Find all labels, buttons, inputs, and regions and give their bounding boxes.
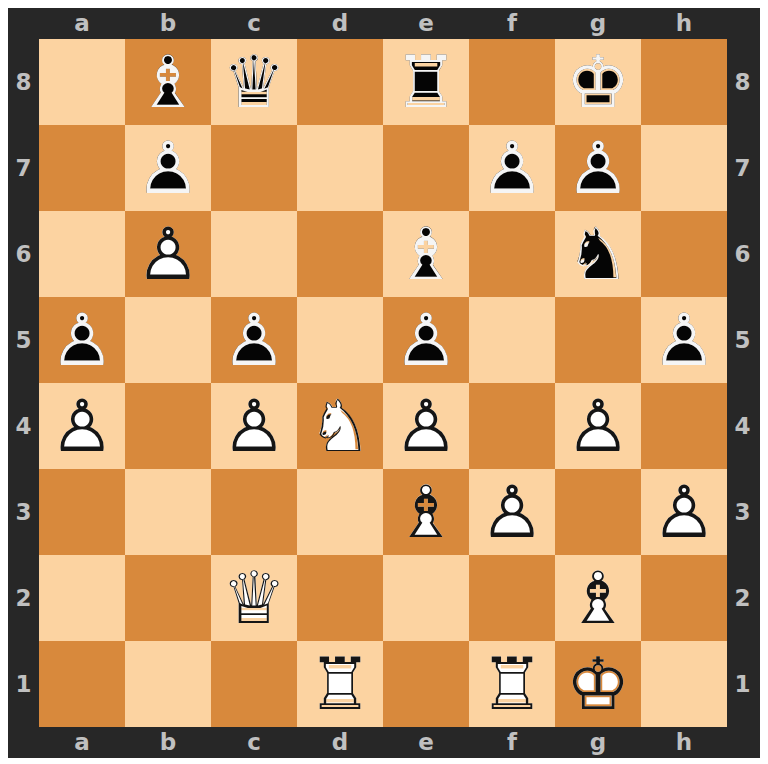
- square-d1[interactable]: ♜: [297, 641, 383, 727]
- square-d4[interactable]: ♞: [297, 383, 383, 469]
- black-bishop-piece: ♝: [125, 39, 211, 125]
- white-pawn-piece: ♟: [469, 469, 555, 555]
- file-label-f: f: [469, 727, 555, 758]
- square-f8[interactable]: [469, 39, 555, 125]
- file-label-f: f: [469, 8, 555, 39]
- square-b8[interactable]: ♝: [125, 39, 211, 125]
- square-e2[interactable]: [383, 555, 469, 641]
- file-labels-bottom: abcdefgh: [39, 727, 727, 758]
- square-c1[interactable]: [211, 641, 297, 727]
- square-a7[interactable]: [39, 125, 125, 211]
- square-f3[interactable]: ♟: [469, 469, 555, 555]
- square-g8[interactable]: ♚: [555, 39, 641, 125]
- rank-label-1: 1: [727, 641, 758, 727]
- square-c7[interactable]: [211, 125, 297, 211]
- square-e3[interactable]: ♝: [383, 469, 469, 555]
- rank-label-1: 1: [8, 641, 39, 727]
- rank-label-6: 6: [8, 211, 39, 297]
- square-a4[interactable]: ♟: [39, 383, 125, 469]
- square-h5[interactable]: ♟: [641, 297, 727, 383]
- square-b1[interactable]: [125, 641, 211, 727]
- square-h4[interactable]: [641, 383, 727, 469]
- file-label-g: g: [555, 727, 641, 758]
- white-pawn-piece: ♟: [641, 469, 727, 555]
- white-rook-piece: ♜: [469, 641, 555, 727]
- black-bishop-piece: ♝: [383, 211, 469, 297]
- square-d3[interactable]: [297, 469, 383, 555]
- square-e6[interactable]: ♝: [383, 211, 469, 297]
- square-f4[interactable]: [469, 383, 555, 469]
- square-e1[interactable]: [383, 641, 469, 727]
- square-e8[interactable]: ♜: [383, 39, 469, 125]
- rank-labels-right: 87654321: [727, 39, 758, 727]
- square-c8[interactable]: ♛: [211, 39, 297, 125]
- black-pawn-piece: ♟: [39, 297, 125, 383]
- square-h6[interactable]: [641, 211, 727, 297]
- rank-label-8: 8: [727, 39, 758, 125]
- square-c6[interactable]: [211, 211, 297, 297]
- square-e7[interactable]: [383, 125, 469, 211]
- square-a6[interactable]: [39, 211, 125, 297]
- square-g7[interactable]: ♟: [555, 125, 641, 211]
- file-label-e: e: [383, 727, 469, 758]
- black-pawn-piece: ♟: [211, 297, 297, 383]
- square-h8[interactable]: [641, 39, 727, 125]
- rank-label-4: 4: [727, 383, 758, 469]
- white-pawn-piece: ♟: [383, 383, 469, 469]
- white-bishop-piece: ♝: [555, 555, 641, 641]
- rank-label-6: 6: [727, 211, 758, 297]
- square-h1[interactable]: [641, 641, 727, 727]
- black-pawn-piece: ♟: [125, 125, 211, 211]
- file-label-a: a: [39, 727, 125, 758]
- rank-label-7: 7: [727, 125, 758, 211]
- rank-label-7: 7: [8, 125, 39, 211]
- square-b5[interactable]: [125, 297, 211, 383]
- file-label-b: b: [125, 8, 211, 39]
- square-b2[interactable]: [125, 555, 211, 641]
- file-label-d: d: [297, 727, 383, 758]
- black-king-piece: ♚: [555, 39, 641, 125]
- square-f2[interactable]: [469, 555, 555, 641]
- file-label-a: a: [39, 8, 125, 39]
- square-h2[interactable]: [641, 555, 727, 641]
- white-queen-piece: ♛: [211, 555, 297, 641]
- black-pawn-piece: ♟: [383, 297, 469, 383]
- file-label-h: h: [641, 8, 727, 39]
- white-rook-piece: ♜: [297, 641, 383, 727]
- square-e5[interactable]: ♟: [383, 297, 469, 383]
- square-a2[interactable]: [39, 555, 125, 641]
- square-g5[interactable]: [555, 297, 641, 383]
- rank-label-5: 5: [727, 297, 758, 383]
- square-a5[interactable]: ♟: [39, 297, 125, 383]
- white-bishop-piece: ♝: [383, 469, 469, 555]
- square-d7[interactable]: [297, 125, 383, 211]
- white-pawn-piece: ♟: [211, 383, 297, 469]
- file-label-b: b: [125, 727, 211, 758]
- square-a8[interactable]: [39, 39, 125, 125]
- square-d5[interactable]: [297, 297, 383, 383]
- file-labels-top: abcdefgh: [39, 8, 727, 39]
- board-frame: abcdefgh 87654321 ♝♛♜♚♟♟♟♟♝♞♟♟♟♟♟♟♞♟♟♝♟♟…: [8, 8, 760, 758]
- frame-corner: [8, 727, 39, 758]
- rank-label-3: 3: [727, 469, 758, 555]
- square-g6[interactable]: ♞: [555, 211, 641, 297]
- white-pawn-piece: ♟: [125, 211, 211, 297]
- square-g3[interactable]: [555, 469, 641, 555]
- square-b3[interactable]: [125, 469, 211, 555]
- square-c2[interactable]: ♛: [211, 555, 297, 641]
- square-b4[interactable]: [125, 383, 211, 469]
- rank-label-2: 2: [8, 555, 39, 641]
- square-g2[interactable]: ♝: [555, 555, 641, 641]
- rank-labels-left: 87654321: [8, 39, 39, 727]
- square-b7[interactable]: ♟: [125, 125, 211, 211]
- square-f6[interactable]: [469, 211, 555, 297]
- black-pawn-piece: ♟: [469, 125, 555, 211]
- square-a1[interactable]: [39, 641, 125, 727]
- square-d8[interactable]: [297, 39, 383, 125]
- white-pawn-piece: ♟: [555, 383, 641, 469]
- square-d6[interactable]: [297, 211, 383, 297]
- square-c3[interactable]: [211, 469, 297, 555]
- black-knight-piece: ♞: [555, 211, 641, 297]
- square-c5[interactable]: ♟: [211, 297, 297, 383]
- chessboard: ♝♛♜♚♟♟♟♟♝♞♟♟♟♟♟♟♞♟♟♝♟♟♛♝♜♜♚: [39, 39, 727, 727]
- square-h3[interactable]: ♟: [641, 469, 727, 555]
- white-king-piece: ♚: [555, 641, 641, 727]
- file-label-e: e: [383, 8, 469, 39]
- square-g4[interactable]: ♟: [555, 383, 641, 469]
- file-label-h: h: [641, 727, 727, 758]
- rank-label-5: 5: [8, 297, 39, 383]
- file-label-g: g: [555, 8, 641, 39]
- rank-label-8: 8: [8, 39, 39, 125]
- white-pawn-piece: ♟: [39, 383, 125, 469]
- file-label-c: c: [211, 727, 297, 758]
- square-f7[interactable]: ♟: [469, 125, 555, 211]
- rank-label-2: 2: [727, 555, 758, 641]
- black-pawn-piece: ♟: [555, 125, 641, 211]
- file-label-d: d: [297, 8, 383, 39]
- frame-corner: [727, 727, 758, 758]
- square-h7[interactable]: [641, 125, 727, 211]
- frame-corner: [8, 8, 39, 39]
- square-a3[interactable]: [39, 469, 125, 555]
- frame-corner: [727, 8, 758, 39]
- file-label-c: c: [211, 8, 297, 39]
- square-b6[interactable]: ♟: [125, 211, 211, 297]
- square-g1[interactable]: ♚: [555, 641, 641, 727]
- square-f5[interactable]: [469, 297, 555, 383]
- rank-label-4: 4: [8, 383, 39, 469]
- square-f1[interactable]: ♜: [469, 641, 555, 727]
- square-c4[interactable]: ♟: [211, 383, 297, 469]
- white-knight-piece: ♞: [297, 383, 383, 469]
- rank-label-3: 3: [8, 469, 39, 555]
- square-d2[interactable]: [297, 555, 383, 641]
- black-rook-piece: ♜: [383, 39, 469, 125]
- square-e4[interactable]: ♟: [383, 383, 469, 469]
- black-pawn-piece: ♟: [641, 297, 727, 383]
- black-queen-piece: ♛: [211, 39, 297, 125]
